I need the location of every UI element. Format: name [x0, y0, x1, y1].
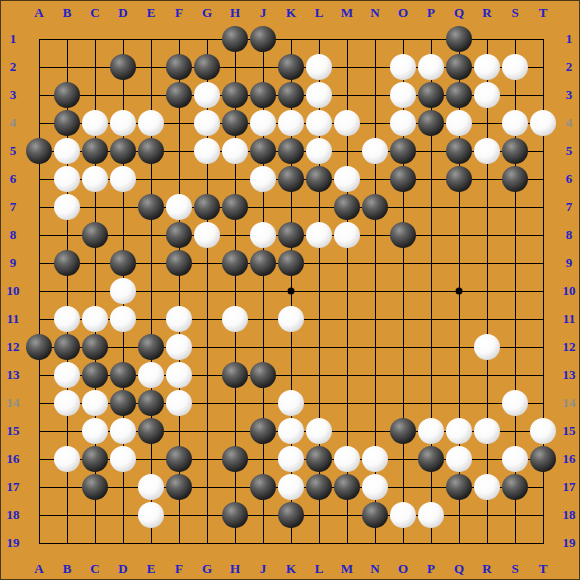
intersection-e1[interactable] [137, 25, 165, 53]
intersection-j4[interactable] [249, 109, 277, 137]
intersection-l12[interactable] [305, 333, 333, 361]
intersection-m17[interactable] [333, 473, 361, 501]
intersection-s17[interactable] [501, 473, 529, 501]
intersection-h9[interactable] [221, 249, 249, 277]
intersection-a19[interactable] [25, 529, 53, 557]
intersection-h11[interactable] [221, 305, 249, 333]
intersection-t12[interactable] [529, 333, 557, 361]
intersection-t3[interactable] [529, 81, 557, 109]
intersection-t6[interactable] [529, 165, 557, 193]
intersection-c15[interactable] [81, 417, 109, 445]
intersection-g8[interactable] [193, 221, 221, 249]
intersection-d5[interactable] [109, 137, 137, 165]
intersection-f12[interactable] [165, 333, 193, 361]
intersection-a3[interactable] [25, 81, 53, 109]
intersection-s5[interactable] [501, 137, 529, 165]
intersection-m14[interactable] [333, 389, 361, 417]
intersection-q2[interactable] [445, 53, 473, 81]
intersection-c19[interactable] [81, 529, 109, 557]
intersection-c2[interactable] [81, 53, 109, 81]
intersection-k19[interactable] [277, 529, 305, 557]
intersection-g18[interactable] [193, 501, 221, 529]
intersection-k5[interactable] [277, 137, 305, 165]
intersection-p12[interactable] [417, 333, 445, 361]
intersection-k8[interactable] [277, 221, 305, 249]
intersection-s8[interactable] [501, 221, 529, 249]
intersection-q8[interactable] [445, 221, 473, 249]
intersection-e9[interactable] [137, 249, 165, 277]
intersection-p7[interactable] [417, 193, 445, 221]
intersection-p17[interactable] [417, 473, 445, 501]
intersection-r14[interactable] [473, 389, 501, 417]
intersection-k13[interactable] [277, 361, 305, 389]
intersection-b5[interactable] [53, 137, 81, 165]
intersection-k11[interactable] [277, 305, 305, 333]
intersection-g11[interactable] [193, 305, 221, 333]
intersection-g13[interactable] [193, 361, 221, 389]
intersection-h14[interactable] [221, 389, 249, 417]
intersection-p6[interactable] [417, 165, 445, 193]
intersection-s19[interactable] [501, 529, 529, 557]
intersection-g5[interactable] [193, 137, 221, 165]
intersection-b3[interactable] [53, 81, 81, 109]
intersection-e7[interactable] [137, 193, 165, 221]
intersection-o10[interactable] [389, 277, 417, 305]
intersection-l16[interactable] [305, 445, 333, 473]
intersection-r2[interactable] [473, 53, 501, 81]
intersection-f10[interactable] [165, 277, 193, 305]
intersection-o19[interactable] [389, 529, 417, 557]
intersection-b14[interactable] [53, 389, 81, 417]
intersection-m3[interactable] [333, 81, 361, 109]
intersection-m10[interactable] [333, 277, 361, 305]
intersection-g10[interactable] [193, 277, 221, 305]
intersection-q4[interactable] [445, 109, 473, 137]
intersection-a1[interactable] [25, 25, 53, 53]
intersection-n12[interactable] [361, 333, 389, 361]
intersection-a17[interactable] [25, 473, 53, 501]
intersection-f8[interactable] [165, 221, 193, 249]
intersection-h5[interactable] [221, 137, 249, 165]
intersection-n10[interactable] [361, 277, 389, 305]
intersection-m16[interactable] [333, 445, 361, 473]
intersection-o13[interactable] [389, 361, 417, 389]
intersection-g3[interactable] [193, 81, 221, 109]
intersection-d16[interactable] [109, 445, 137, 473]
intersection-f9[interactable] [165, 249, 193, 277]
intersection-l1[interactable] [305, 25, 333, 53]
intersection-m5[interactable] [333, 137, 361, 165]
intersection-d9[interactable] [109, 249, 137, 277]
intersection-e5[interactable] [137, 137, 165, 165]
intersection-t2[interactable] [529, 53, 557, 81]
intersection-t1[interactable] [529, 25, 557, 53]
intersection-f2[interactable] [165, 53, 193, 81]
intersection-l13[interactable] [305, 361, 333, 389]
intersection-l18[interactable] [305, 501, 333, 529]
intersection-h6[interactable] [221, 165, 249, 193]
intersection-s15[interactable] [501, 417, 529, 445]
intersection-j9[interactable] [249, 249, 277, 277]
intersection-a9[interactable] [25, 249, 53, 277]
intersection-j19[interactable] [249, 529, 277, 557]
intersection-p16[interactable] [417, 445, 445, 473]
intersection-s14[interactable] [501, 389, 529, 417]
intersection-h3[interactable] [221, 81, 249, 109]
intersection-b15[interactable] [53, 417, 81, 445]
intersection-n14[interactable] [361, 389, 389, 417]
intersection-d13[interactable] [109, 361, 137, 389]
intersection-j5[interactable] [249, 137, 277, 165]
intersection-r12[interactable] [473, 333, 501, 361]
intersection-j17[interactable] [249, 473, 277, 501]
intersection-l17[interactable] [305, 473, 333, 501]
intersection-c4[interactable] [81, 109, 109, 137]
intersection-h16[interactable] [221, 445, 249, 473]
intersection-s6[interactable] [501, 165, 529, 193]
intersection-e12[interactable] [137, 333, 165, 361]
intersection-o7[interactable] [389, 193, 417, 221]
intersection-b19[interactable] [53, 529, 81, 557]
intersection-p9[interactable] [417, 249, 445, 277]
intersection-e6[interactable] [137, 165, 165, 193]
intersection-f4[interactable] [165, 109, 193, 137]
intersection-b10[interactable] [53, 277, 81, 305]
intersection-r10[interactable] [473, 277, 501, 305]
intersection-g12[interactable] [193, 333, 221, 361]
intersection-d4[interactable] [109, 109, 137, 137]
intersection-g19[interactable] [193, 529, 221, 557]
intersection-g1[interactable] [193, 25, 221, 53]
intersection-e8[interactable] [137, 221, 165, 249]
intersection-p2[interactable] [417, 53, 445, 81]
intersection-a5[interactable] [25, 137, 53, 165]
intersection-s18[interactable] [501, 501, 529, 529]
intersection-a7[interactable] [25, 193, 53, 221]
intersection-t15[interactable] [529, 417, 557, 445]
intersection-j6[interactable] [249, 165, 277, 193]
intersection-r8[interactable] [473, 221, 501, 249]
intersection-c14[interactable] [81, 389, 109, 417]
intersection-q7[interactable] [445, 193, 473, 221]
intersection-l19[interactable] [305, 529, 333, 557]
intersection-l14[interactable] [305, 389, 333, 417]
intersection-g7[interactable] [193, 193, 221, 221]
intersection-q9[interactable] [445, 249, 473, 277]
intersection-m11[interactable] [333, 305, 361, 333]
intersection-c6[interactable] [81, 165, 109, 193]
intersection-e19[interactable] [137, 529, 165, 557]
intersection-s13[interactable] [501, 361, 529, 389]
intersection-c5[interactable] [81, 137, 109, 165]
intersection-n17[interactable] [361, 473, 389, 501]
intersection-c12[interactable] [81, 333, 109, 361]
intersection-q5[interactable] [445, 137, 473, 165]
intersection-m9[interactable] [333, 249, 361, 277]
intersection-o17[interactable] [389, 473, 417, 501]
intersection-c18[interactable] [81, 501, 109, 529]
intersection-k12[interactable] [277, 333, 305, 361]
intersection-b8[interactable] [53, 221, 81, 249]
intersection-o8[interactable] [389, 221, 417, 249]
intersection-n9[interactable] [361, 249, 389, 277]
intersection-c17[interactable] [81, 473, 109, 501]
intersection-p19[interactable] [417, 529, 445, 557]
intersection-p4[interactable] [417, 109, 445, 137]
intersection-d18[interactable] [109, 501, 137, 529]
intersection-a6[interactable] [25, 165, 53, 193]
intersection-k14[interactable] [277, 389, 305, 417]
intersection-b6[interactable] [53, 165, 81, 193]
intersection-l10[interactable] [305, 277, 333, 305]
intersection-a13[interactable] [25, 361, 53, 389]
intersection-p5[interactable] [417, 137, 445, 165]
intersection-r6[interactable] [473, 165, 501, 193]
intersection-d6[interactable] [109, 165, 137, 193]
intersection-q15[interactable] [445, 417, 473, 445]
intersection-h4[interactable] [221, 109, 249, 137]
intersection-q11[interactable] [445, 305, 473, 333]
intersection-p18[interactable] [417, 501, 445, 529]
intersection-o5[interactable] [389, 137, 417, 165]
intersection-o14[interactable] [389, 389, 417, 417]
intersection-n15[interactable] [361, 417, 389, 445]
intersection-f1[interactable] [165, 25, 193, 53]
intersection-j14[interactable] [249, 389, 277, 417]
intersection-d19[interactable] [109, 529, 137, 557]
intersection-a18[interactable] [25, 501, 53, 529]
intersection-j12[interactable] [249, 333, 277, 361]
intersection-r15[interactable] [473, 417, 501, 445]
intersection-b9[interactable] [53, 249, 81, 277]
intersection-l8[interactable] [305, 221, 333, 249]
intersection-o2[interactable] [389, 53, 417, 81]
intersection-c9[interactable] [81, 249, 109, 277]
intersection-e11[interactable] [137, 305, 165, 333]
intersection-h1[interactable] [221, 25, 249, 53]
intersection-j11[interactable] [249, 305, 277, 333]
intersection-k2[interactable] [277, 53, 305, 81]
intersection-b1[interactable] [53, 25, 81, 53]
intersection-j2[interactable] [249, 53, 277, 81]
intersection-j3[interactable] [249, 81, 277, 109]
intersection-b13[interactable] [53, 361, 81, 389]
intersection-l2[interactable] [305, 53, 333, 81]
intersection-m12[interactable] [333, 333, 361, 361]
intersection-o6[interactable] [389, 165, 417, 193]
intersection-f6[interactable] [165, 165, 193, 193]
intersection-m7[interactable] [333, 193, 361, 221]
intersection-g2[interactable] [193, 53, 221, 81]
intersection-q13[interactable] [445, 361, 473, 389]
intersection-f17[interactable] [165, 473, 193, 501]
intersection-c8[interactable] [81, 221, 109, 249]
intersection-c11[interactable] [81, 305, 109, 333]
intersection-t9[interactable] [529, 249, 557, 277]
intersection-h15[interactable] [221, 417, 249, 445]
intersection-a16[interactable] [25, 445, 53, 473]
intersection-n3[interactable] [361, 81, 389, 109]
intersection-s12[interactable] [501, 333, 529, 361]
intersection-q14[interactable] [445, 389, 473, 417]
intersection-j18[interactable] [249, 501, 277, 529]
intersection-n2[interactable] [361, 53, 389, 81]
intersection-f5[interactable] [165, 137, 193, 165]
intersection-s16[interactable] [501, 445, 529, 473]
intersection-m4[interactable] [333, 109, 361, 137]
intersection-n11[interactable] [361, 305, 389, 333]
intersection-j15[interactable] [249, 417, 277, 445]
intersection-o4[interactable] [389, 109, 417, 137]
intersection-l3[interactable] [305, 81, 333, 109]
intersection-o1[interactable] [389, 25, 417, 53]
intersection-n6[interactable] [361, 165, 389, 193]
intersection-e13[interactable] [137, 361, 165, 389]
intersection-p15[interactable] [417, 417, 445, 445]
intersection-d17[interactable] [109, 473, 137, 501]
intersection-e15[interactable] [137, 417, 165, 445]
intersection-p13[interactable] [417, 361, 445, 389]
intersection-n7[interactable] [361, 193, 389, 221]
intersection-r17[interactable] [473, 473, 501, 501]
intersection-p11[interactable] [417, 305, 445, 333]
intersection-c16[interactable] [81, 445, 109, 473]
intersection-k1[interactable] [277, 25, 305, 53]
intersection-l4[interactable] [305, 109, 333, 137]
intersection-h7[interactable] [221, 193, 249, 221]
intersection-a14[interactable] [25, 389, 53, 417]
intersection-p14[interactable] [417, 389, 445, 417]
intersection-k18[interactable] [277, 501, 305, 529]
intersection-n4[interactable] [361, 109, 389, 137]
intersection-m2[interactable] [333, 53, 361, 81]
intersection-f16[interactable] [165, 445, 193, 473]
intersection-r4[interactable] [473, 109, 501, 137]
intersection-h17[interactable] [221, 473, 249, 501]
intersection-l15[interactable] [305, 417, 333, 445]
intersection-q17[interactable] [445, 473, 473, 501]
intersection-h12[interactable] [221, 333, 249, 361]
intersection-a8[interactable] [25, 221, 53, 249]
intersection-h13[interactable] [221, 361, 249, 389]
intersection-f7[interactable] [165, 193, 193, 221]
intersection-b17[interactable] [53, 473, 81, 501]
intersection-e14[interactable] [137, 389, 165, 417]
intersection-k6[interactable] [277, 165, 305, 193]
intersection-r19[interactable] [473, 529, 501, 557]
intersection-r5[interactable] [473, 137, 501, 165]
intersection-d8[interactable] [109, 221, 137, 249]
intersection-t14[interactable] [529, 389, 557, 417]
intersection-b16[interactable] [53, 445, 81, 473]
intersection-s10[interactable] [501, 277, 529, 305]
intersection-p8[interactable] [417, 221, 445, 249]
intersection-b12[interactable] [53, 333, 81, 361]
intersection-g17[interactable] [193, 473, 221, 501]
intersection-o15[interactable] [389, 417, 417, 445]
intersection-h19[interactable] [221, 529, 249, 557]
intersection-k3[interactable] [277, 81, 305, 109]
intersection-d3[interactable] [109, 81, 137, 109]
intersection-n5[interactable] [361, 137, 389, 165]
intersection-q18[interactable] [445, 501, 473, 529]
intersection-q19[interactable] [445, 529, 473, 557]
intersection-o3[interactable] [389, 81, 417, 109]
intersection-j10[interactable] [249, 277, 277, 305]
intersection-q3[interactable] [445, 81, 473, 109]
intersection-j16[interactable] [249, 445, 277, 473]
intersection-f15[interactable] [165, 417, 193, 445]
intersection-s2[interactable] [501, 53, 529, 81]
intersection-d11[interactable] [109, 305, 137, 333]
intersection-m18[interactable] [333, 501, 361, 529]
intersection-c3[interactable] [81, 81, 109, 109]
intersection-b7[interactable] [53, 193, 81, 221]
intersection-g6[interactable] [193, 165, 221, 193]
intersection-b18[interactable] [53, 501, 81, 529]
intersection-f19[interactable] [165, 529, 193, 557]
intersection-t19[interactable] [529, 529, 557, 557]
intersection-e4[interactable] [137, 109, 165, 137]
intersection-j8[interactable] [249, 221, 277, 249]
intersection-r3[interactable] [473, 81, 501, 109]
intersection-a15[interactable] [25, 417, 53, 445]
intersection-j13[interactable] [249, 361, 277, 389]
intersection-g9[interactable] [193, 249, 221, 277]
intersection-a10[interactable] [25, 277, 53, 305]
intersection-k17[interactable] [277, 473, 305, 501]
intersection-g16[interactable] [193, 445, 221, 473]
intersection-e18[interactable] [137, 501, 165, 529]
intersection-b4[interactable] [53, 109, 81, 137]
intersection-r18[interactable] [473, 501, 501, 529]
intersection-t16[interactable] [529, 445, 557, 473]
intersection-c10[interactable] [81, 277, 109, 305]
intersection-r13[interactable] [473, 361, 501, 389]
intersection-k16[interactable] [277, 445, 305, 473]
intersection-m8[interactable] [333, 221, 361, 249]
intersection-r16[interactable] [473, 445, 501, 473]
intersection-c7[interactable] [81, 193, 109, 221]
intersection-n1[interactable] [361, 25, 389, 53]
intersection-p1[interactable] [417, 25, 445, 53]
intersection-m13[interactable] [333, 361, 361, 389]
intersection-f18[interactable] [165, 501, 193, 529]
intersection-k15[interactable] [277, 417, 305, 445]
intersection-k7[interactable] [277, 193, 305, 221]
intersection-r7[interactable] [473, 193, 501, 221]
intersection-a4[interactable] [25, 109, 53, 137]
intersection-n19[interactable] [361, 529, 389, 557]
intersection-p10[interactable] [417, 277, 445, 305]
intersection-f3[interactable] [165, 81, 193, 109]
intersection-n18[interactable] [361, 501, 389, 529]
intersection-t18[interactable] [529, 501, 557, 529]
intersection-r1[interactable] [473, 25, 501, 53]
intersection-f11[interactable] [165, 305, 193, 333]
intersection-s9[interactable] [501, 249, 529, 277]
intersection-t4[interactable] [529, 109, 557, 137]
intersection-m15[interactable] [333, 417, 361, 445]
intersection-q1[interactable] [445, 25, 473, 53]
intersection-d2[interactable] [109, 53, 137, 81]
intersection-q6[interactable] [445, 165, 473, 193]
intersection-l11[interactable] [305, 305, 333, 333]
intersection-t7[interactable] [529, 193, 557, 221]
intersection-b11[interactable] [53, 305, 81, 333]
intersection-t10[interactable] [529, 277, 557, 305]
intersection-l7[interactable] [305, 193, 333, 221]
